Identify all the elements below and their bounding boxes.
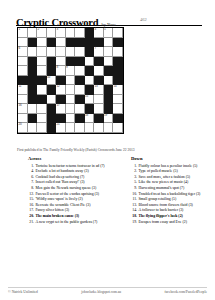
black-cell (47, 85, 57, 95)
cell-number: 18 (85, 114, 88, 117)
grid-cell[interactable] (113, 28, 123, 38)
cell-number: 4 (94, 28, 96, 31)
black-cell (75, 95, 85, 105)
black-cell (75, 38, 85, 48)
cell-number: 14 (113, 85, 116, 88)
clue-text: The main broken canoe (3) (36, 214, 126, 219)
black-cell (94, 57, 104, 67)
grid-cell[interactable]: 3 (56, 28, 66, 38)
cell-number: 21 (56, 123, 59, 126)
grid-cell[interactable]: 6 (18, 47, 28, 57)
cell-number: 1 (18, 28, 20, 31)
header: Cryptic Crosswordby Nose 462 (16, 12, 202, 26)
clue-number: 14. (131, 208, 139, 213)
grid-cell[interactable] (75, 123, 85, 133)
grid-cell[interactable]: 8 (56, 66, 66, 76)
grid-cell[interactable] (113, 104, 123, 114)
black-cell (28, 66, 38, 76)
clue-item: 17.Fancy silver kitten (3) (28, 208, 125, 213)
grid-cell[interactable] (85, 123, 95, 133)
black-cell (113, 38, 123, 48)
grid-cell[interactable] (28, 104, 38, 114)
clue-item: 10.Troubled treat has a backsliding tige… (131, 192, 209, 197)
clue-number: 15. (28, 197, 36, 202)
black-cell (113, 57, 123, 67)
black-cell (104, 85, 114, 95)
black-cell (28, 85, 38, 95)
clue-text: Exclude a lot of handouts away (3) (36, 169, 126, 174)
grid-cell[interactable] (66, 76, 76, 86)
grid-cell[interactable]: 18 (85, 114, 95, 124)
cell-number: 17 (56, 104, 59, 107)
issue-number: 462 (140, 17, 147, 22)
grid-cell[interactable] (37, 85, 47, 95)
clue-text: Insect called out 'Run away!' (3) (36, 180, 126, 185)
black-cell (113, 114, 123, 124)
grid-cell[interactable]: 2 (37, 28, 47, 38)
black-cell (28, 95, 38, 105)
grid-cell[interactable] (104, 76, 114, 86)
black-cell (75, 76, 85, 86)
grid-cell[interactable] (104, 123, 114, 133)
clue-text: A new crypt set in the public gardens (7… (36, 220, 126, 225)
grid-cell[interactable] (56, 38, 66, 48)
clue-number: 2. (131, 169, 139, 174)
clue-number: 11. (131, 197, 139, 202)
grid-cell[interactable] (47, 95, 57, 105)
clue-text: 'Wildly once-upon' is lively (2) (36, 197, 126, 202)
cell-number: 15 (85, 95, 88, 98)
black-cell (37, 95, 47, 105)
grid-cell[interactable] (75, 66, 85, 76)
cell-number: 9 (66, 66, 68, 69)
grid-cell[interactable] (75, 85, 85, 95)
cell-number: 5 (104, 28, 106, 31)
clue-text: Harvesting mammal's spot (7) (139, 186, 210, 191)
clue-item: 5.Like the new pieces of music (4) (131, 180, 209, 185)
black-cell (28, 76, 38, 86)
black-cell (75, 114, 85, 124)
clue-item: 9.Harvesting mammal's spot (7) (131, 186, 209, 191)
black-cell (85, 28, 95, 38)
clue-item: 2.Type of pulled muscle (5) (131, 169, 209, 174)
clue-number: 16. (28, 203, 36, 208)
crossword-grid: 123456789101112131415161718192021 (17, 27, 124, 134)
grid-cell[interactable] (113, 95, 123, 105)
clue-item: 20.The main broken canoe (3) (28, 214, 125, 219)
clue-number: 17. (28, 208, 36, 213)
grid-cell[interactable] (37, 123, 47, 133)
clue-text: Men gain the Newark nursing queue (3) (36, 186, 126, 191)
clue-text: Small group retailing (5) (139, 197, 210, 202)
clue-number: 3. (131, 175, 139, 180)
grid-cell[interactable] (94, 95, 104, 105)
black-cell (47, 57, 57, 67)
grid-cell[interactable] (18, 57, 28, 67)
black-cell (47, 104, 57, 114)
grid-cell[interactable] (37, 38, 47, 48)
black-cell (75, 57, 85, 67)
grid-cell[interactable]: 13 (94, 85, 104, 95)
clue-number: 4. (28, 169, 36, 174)
clue-item: 13.Blood source from flowers fluid (3) (131, 203, 209, 208)
clue-number: 12. (28, 192, 36, 197)
cell-number: 20 (18, 123, 21, 126)
cell-number: 8 (56, 66, 58, 69)
clue-item: 8.Men gain the Newark nursing queue (3) (28, 186, 125, 191)
clue-text: A follower to back barrier (3) (139, 208, 210, 213)
grid-cell[interactable] (28, 47, 38, 57)
grid-cell[interactable]: 1 (18, 28, 28, 38)
grid-cell[interactable]: 7 (94, 47, 104, 57)
clue-number: 1. (131, 164, 139, 169)
grid-cell[interactable] (28, 28, 38, 38)
clue-item: 4.Exclude a lot of handouts away (3) (28, 169, 125, 174)
black-cell (85, 66, 95, 76)
clue-text: Cocktail had sheep suffering (7) (36, 175, 126, 180)
grid-cell[interactable] (85, 76, 95, 86)
clue-text: Tortoise benefactor returns footwear in … (36, 164, 126, 169)
grid-cell[interactable] (37, 114, 47, 124)
grid-cell[interactable] (104, 57, 114, 67)
grid-cell[interactable]: 17 (56, 104, 66, 114)
black-cell (113, 66, 123, 76)
black-cell (104, 95, 114, 105)
grid-cell[interactable]: 11 (18, 85, 28, 95)
black-cell (37, 76, 47, 86)
grid-cell[interactable]: 4 (94, 28, 104, 38)
cell-number: 12 (56, 85, 59, 88)
grid-cell[interactable]: 15 (85, 95, 95, 105)
clue-number: 1. (28, 164, 36, 169)
clue-number: 10. (131, 192, 139, 197)
across-heading: Across (28, 156, 125, 162)
black-cell (28, 57, 38, 67)
clue-text: Fluidly colour has a peculiar insole (5) (139, 164, 210, 169)
black-cell (66, 38, 76, 48)
black-cell (104, 66, 114, 76)
clue-item: 3.Save and more, after a fashion (5) (131, 175, 209, 180)
clue-number: 19. (131, 220, 139, 225)
cell-number: 11 (18, 85, 21, 88)
clue-number: 5. (131, 180, 139, 185)
footer-facebook-link[interactable]: facebook.com/PuzzledPeople (165, 290, 207, 294)
grid-cell[interactable] (37, 47, 47, 57)
clue-text: The flying flipper's luck (2) (139, 214, 210, 219)
grid-cell[interactable]: 20 (18, 123, 28, 133)
cell-number: 7 (94, 47, 96, 50)
clue-item: 12.Farewell sector of the exodus uprisin… (28, 192, 125, 197)
clue-item: 16.Recreate the scramble Client Pie (3) (28, 203, 125, 208)
grid-cell[interactable] (113, 123, 123, 133)
grid-cell[interactable] (94, 66, 104, 76)
clue-text: Recreate the scramble Client Pie (3) (36, 203, 126, 208)
clue-number: 13. (131, 203, 139, 208)
cell-number: 2 (37, 28, 39, 31)
grid-cell[interactable] (66, 95, 76, 105)
clue-item: 14.A follower to back barrier (3) (131, 208, 209, 213)
clue-number: 18. (131, 214, 139, 219)
black-cell (47, 38, 57, 48)
clue-item: 7.Insect called out 'Run away!' (3) (28, 180, 125, 185)
clue-item: 6.Cocktail had sheep suffering (7) (28, 175, 125, 180)
grid-cell[interactable] (66, 104, 76, 114)
cell-number: 13 (94, 85, 97, 88)
clue-text: Escapes from essay and Eve (2) (139, 220, 210, 225)
grid-cell[interactable] (28, 123, 38, 133)
grid-cell[interactable] (66, 123, 76, 133)
grid-cell[interactable] (94, 104, 104, 114)
grid-cell[interactable] (66, 28, 76, 38)
down-clues-column: Down 1.Fluidly colour has a peculiar ins… (131, 156, 209, 225)
clue-item: 11.Small group retailing (5) (131, 197, 209, 202)
grid-cell[interactable] (66, 47, 76, 57)
black-cell (85, 38, 95, 48)
clue-text: Like the new pieces of music (4) (139, 180, 210, 185)
grid-cell[interactable]: 9 (66, 66, 76, 76)
publication-caption: First published in The Family Friendly W… (17, 148, 202, 152)
grid-cell[interactable] (75, 28, 85, 38)
cell-number: 16 (18, 104, 21, 107)
grid-cell[interactable] (94, 123, 104, 133)
clue-item: 19.Escapes from essay and Eve (2) (131, 220, 209, 225)
clue-number: 21. (28, 220, 36, 225)
clue-text: Save and more, after a fashion (5) (139, 175, 210, 180)
grid-cell[interactable] (75, 47, 85, 57)
grid-cell[interactable] (85, 57, 95, 67)
black-cell (94, 114, 104, 124)
grid-cell[interactable] (47, 47, 57, 57)
clue-text: Blood source from flowers fluid (3) (139, 203, 210, 208)
clue-number: 9. (131, 186, 139, 191)
black-cell (47, 123, 57, 133)
clue-item: 1.Fluidly colour has a peculiar insole (… (131, 164, 209, 169)
black-cell (47, 114, 57, 124)
grid-cell[interactable] (104, 38, 114, 48)
clue-number: 7. (28, 180, 36, 185)
grid-cell[interactable]: 21 (56, 123, 66, 133)
black-cell (28, 114, 38, 124)
cell-number: 19 (104, 114, 107, 117)
black-cell (28, 38, 38, 48)
footer-blog-link[interactable]: johnclarke.blogspot.com.au (81, 290, 121, 294)
grid-cell[interactable]: 10 (47, 76, 57, 86)
black-cell (85, 47, 95, 57)
grid-cell[interactable]: 19 (104, 114, 114, 124)
grid-cell[interactable]: 14 (113, 85, 123, 95)
clue-text: Troubled treat has a backsliding tiger (… (139, 192, 210, 197)
cell-number: 6 (18, 47, 20, 50)
grid-cell[interactable] (47, 28, 57, 38)
grid-cell[interactable] (37, 57, 47, 67)
grid-cell[interactable]: 16 (18, 104, 28, 114)
grid-cell[interactable]: 12 (56, 85, 66, 95)
clue-item: 18.The flying flipper's luck (2) (131, 214, 209, 219)
across-clues-column: Across 1.Tortoise benefactor returns foo… (28, 156, 125, 225)
grid-cell[interactable] (75, 104, 85, 114)
grid-cell[interactable] (66, 85, 76, 95)
clue-text: Farewell sector of the exodus uprising (… (36, 192, 126, 197)
clue-item: 21.A new crypt set in the public gardens… (28, 220, 125, 225)
grid-cell[interactable] (56, 47, 66, 57)
footer-copyright: © Natrick Unlimited (8, 290, 38, 294)
cell-number: 3 (56, 28, 58, 31)
grid-cell[interactable] (113, 47, 123, 57)
grid-cell[interactable] (104, 47, 114, 57)
grid-cell[interactable] (66, 114, 76, 124)
down-heading: Down (131, 156, 209, 162)
footer: © Natrick Unlimited johnclarke.blogspot.… (8, 287, 207, 294)
clue-text: Type of pulled muscle (5) (139, 169, 210, 174)
clue-number: 20. (28, 214, 36, 219)
cell-number: 10 (47, 76, 50, 79)
grid-cell[interactable]: 5 (104, 28, 114, 38)
clue-item: 1.Tortoise benefactor returns footwear i… (28, 164, 125, 169)
grid-cell[interactable] (37, 104, 47, 114)
clue-number: 8. (28, 186, 36, 191)
clue-item: 15.'Wildly once-upon' is lively (2) (28, 197, 125, 202)
clue-number: 6. (28, 175, 36, 180)
grid-cell[interactable] (37, 66, 47, 76)
grid-cell[interactable] (18, 66, 28, 76)
clue-text: Fancy silver kitten (3) (36, 208, 126, 213)
